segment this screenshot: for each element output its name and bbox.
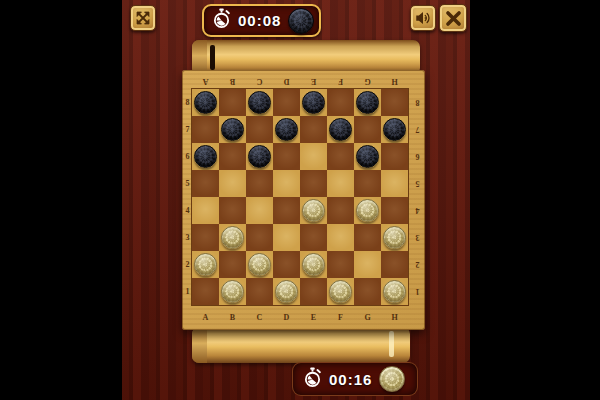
piece-white-h3[interactable] — [383, 226, 406, 249]
rank-label: 4 — [183, 197, 192, 224]
piece-white-e2[interactable] — [302, 253, 325, 276]
square-d2[interactable] — [273, 251, 300, 278]
fullscreen-button[interactable] — [130, 5, 156, 31]
square-h8[interactable] — [381, 89, 408, 116]
square-f6[interactable] — [327, 143, 354, 170]
square-g1[interactable] — [354, 278, 381, 305]
rank-labels-right: 87654321 — [413, 89, 422, 305]
file-label: D — [273, 75, 300, 88]
square-h7[interactable] — [381, 116, 408, 143]
file-label: F — [327, 75, 354, 88]
rank-label: 1 — [413, 278, 422, 305]
piece-black-g8[interactable] — [356, 91, 379, 114]
piece-black-a6[interactable] — [194, 145, 217, 168]
square-c6[interactable] — [246, 143, 273, 170]
stopwatch-icon — [303, 367, 322, 392]
square-a8[interactable] — [192, 89, 219, 116]
rank-label: 3 — [413, 224, 422, 251]
square-h6[interactable] — [381, 143, 408, 170]
piece-white-b3[interactable] — [221, 226, 244, 249]
piece-white-a2[interactable] — [194, 253, 217, 276]
fullscreen-expand-icon — [134, 9, 152, 27]
square-e8[interactable] — [300, 89, 327, 116]
file-label: E — [300, 311, 327, 324]
square-g2[interactable] — [354, 251, 381, 278]
rank-label: 5 — [413, 170, 422, 197]
square-d4[interactable] — [273, 197, 300, 224]
square-c7[interactable] — [246, 116, 273, 143]
stopwatch-icon — [212, 8, 231, 33]
piece-white-c2[interactable] — [248, 253, 271, 276]
file-label: B — [219, 75, 246, 88]
sound-button[interactable] — [410, 5, 436, 31]
file-label: B — [219, 311, 246, 324]
file-labels-bottom: ABCDEFGH — [192, 311, 408, 324]
square-a2[interactable] — [192, 251, 219, 278]
square-e7[interactable] — [300, 116, 327, 143]
black-timer: 00:08 — [202, 4, 321, 37]
square-d6[interactable] — [273, 143, 300, 170]
square-g6[interactable] — [354, 143, 381, 170]
square-f4[interactable] — [327, 197, 354, 224]
close-x-icon — [444, 9, 463, 28]
square-e1[interactable] — [300, 278, 327, 305]
square-e4[interactable] — [300, 197, 327, 224]
piece-black-f7[interactable] — [329, 118, 352, 141]
rank-label: 1 — [183, 278, 192, 305]
rank-label: 8 — [413, 89, 422, 116]
file-label: G — [354, 75, 381, 88]
square-a7[interactable] — [192, 116, 219, 143]
square-g7[interactable] — [354, 116, 381, 143]
piece-white-d1[interactable] — [275, 280, 298, 303]
piece-black-c8[interactable] — [248, 91, 271, 114]
speaker-icon — [414, 9, 432, 27]
square-f8[interactable] — [327, 89, 354, 116]
piece-white-e4[interactable] — [302, 199, 325, 222]
square-c3[interactable] — [246, 224, 273, 251]
square-e6[interactable] — [300, 143, 327, 170]
square-f5[interactable] — [327, 170, 354, 197]
square-c8[interactable] — [246, 89, 273, 116]
black-timer-value: 00:08 — [238, 12, 281, 29]
square-b8[interactable] — [219, 89, 246, 116]
white-timer-value: 00:16 — [329, 371, 372, 388]
piece-white-h1[interactable] — [383, 280, 406, 303]
square-g4[interactable] — [354, 197, 381, 224]
square-a4[interactable] — [192, 197, 219, 224]
square-b2[interactable] — [219, 251, 246, 278]
square-a6[interactable] — [192, 143, 219, 170]
square-e2[interactable] — [300, 251, 327, 278]
file-label: H — [381, 75, 408, 88]
square-a1[interactable] — [192, 278, 219, 305]
file-labels-top: ABCDEFGH — [192, 75, 408, 88]
rank-label: 4 — [413, 197, 422, 224]
piece-black-b7[interactable] — [221, 118, 244, 141]
rank-label: 6 — [183, 143, 192, 170]
square-d1[interactable] — [273, 278, 300, 305]
square-e5[interactable] — [300, 170, 327, 197]
board-squares — [192, 89, 408, 305]
file-label: H — [381, 311, 408, 324]
square-c2[interactable] — [246, 251, 273, 278]
game-viewport: 00:08 — [122, 0, 470, 400]
square-g8[interactable] — [354, 89, 381, 116]
checkers-board: ABCDEFGH ABCDEFGH 87654321 87654321 — [182, 70, 425, 330]
file-label: G — [354, 311, 381, 324]
square-d8[interactable] — [273, 89, 300, 116]
square-f2[interactable] — [327, 251, 354, 278]
square-g5[interactable] — [354, 170, 381, 197]
square-h1[interactable] — [381, 278, 408, 305]
square-c5[interactable] — [246, 170, 273, 197]
piece-black-c6[interactable] — [248, 145, 271, 168]
square-f7[interactable] — [327, 116, 354, 143]
white-timer: 00:16 — [292, 362, 418, 396]
black-piece-icon — [288, 8, 314, 34]
square-h3[interactable] — [381, 224, 408, 251]
piece-white-g4[interactable] — [356, 199, 379, 222]
file-label: C — [246, 311, 273, 324]
file-label: D — [273, 311, 300, 324]
square-b1[interactable] — [219, 278, 246, 305]
rank-label: 7 — [413, 116, 422, 143]
rank-label: 5 — [183, 170, 192, 197]
file-label: A — [192, 75, 219, 88]
square-b4[interactable] — [219, 197, 246, 224]
rank-label: 3 — [183, 224, 192, 251]
square-b5[interactable] — [219, 170, 246, 197]
rank-label: 7 — [183, 116, 192, 143]
square-e3[interactable] — [300, 224, 327, 251]
square-h5[interactable] — [381, 170, 408, 197]
square-c4[interactable] — [246, 197, 273, 224]
piece-white-b1[interactable] — [221, 280, 244, 303]
square-d5[interactable] — [273, 170, 300, 197]
file-label: E — [300, 75, 327, 88]
rank-label: 8 — [183, 89, 192, 116]
square-h2[interactable] — [381, 251, 408, 278]
square-a3[interactable] — [192, 224, 219, 251]
close-button[interactable] — [439, 4, 467, 32]
piece-black-a8[interactable] — [194, 91, 217, 114]
piece-black-d7[interactable] — [275, 118, 298, 141]
piece-white-f1[interactable] — [329, 280, 352, 303]
square-f1[interactable] — [327, 278, 354, 305]
rank-label: 2 — [413, 251, 422, 278]
square-d7[interactable] — [273, 116, 300, 143]
square-c1[interactable] — [246, 278, 273, 305]
piece-black-e8[interactable] — [302, 91, 325, 114]
screenshot: 00:08 — [0, 0, 600, 400]
bottom-scroll-plank — [192, 327, 410, 363]
piece-black-h7[interactable] — [383, 118, 406, 141]
square-b3[interactable] — [219, 224, 246, 251]
rank-label: 2 — [183, 251, 192, 278]
rank-labels-left: 87654321 — [183, 89, 192, 305]
square-b6[interactable] — [219, 143, 246, 170]
file-label: C — [246, 75, 273, 88]
square-g3[interactable] — [354, 224, 381, 251]
square-a5[interactable] — [192, 170, 219, 197]
square-b7[interactable] — [219, 116, 246, 143]
square-d3[interactable] — [273, 224, 300, 251]
rank-label: 6 — [413, 143, 422, 170]
square-h4[interactable] — [381, 197, 408, 224]
file-label: A — [192, 311, 219, 324]
file-label: F — [327, 311, 354, 324]
square-f3[interactable] — [327, 224, 354, 251]
piece-black-g6[interactable] — [356, 145, 379, 168]
white-piece-icon — [379, 366, 405, 392]
